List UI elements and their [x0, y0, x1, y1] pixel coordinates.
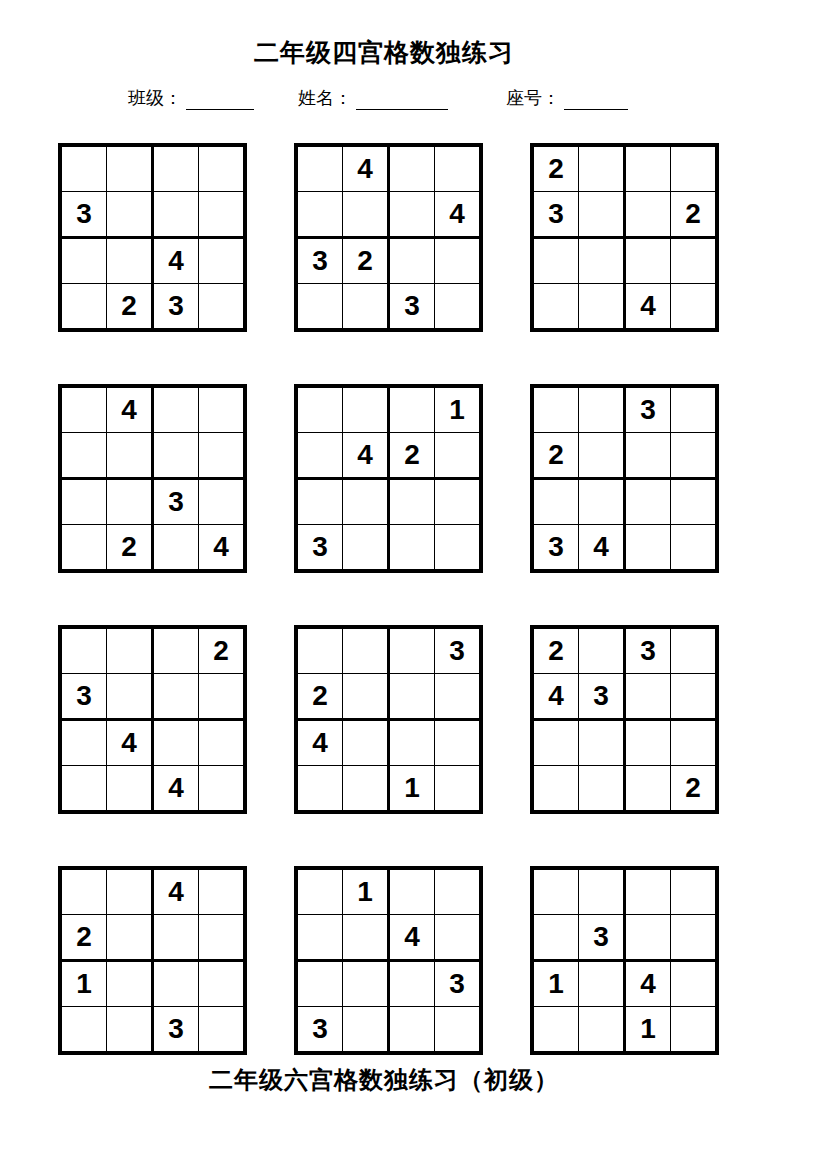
empty-cell[interactable] — [626, 674, 671, 721]
empty-cell[interactable] — [298, 284, 343, 328]
empty-cell[interactable] — [298, 915, 343, 962]
empty-cell[interactable] — [199, 147, 243, 192]
footer-title: 二年级六宫格数独练习（初级） — [0, 1064, 768, 1096]
empty-cell[interactable] — [390, 525, 435, 569]
empty-cell[interactable] — [343, 674, 390, 721]
given-cell: 3 — [579, 674, 626, 721]
name-field: 姓名： — [298, 86, 448, 110]
sudoku-board-2: 44323 — [294, 143, 483, 332]
empty-cell[interactable] — [298, 147, 343, 192]
empty-cell[interactable] — [579, 629, 626, 674]
empty-cell[interactable] — [62, 766, 107, 810]
given-cell: 3 — [154, 480, 199, 525]
given-cell: 2 — [62, 915, 107, 962]
empty-cell[interactable] — [199, 766, 243, 810]
empty-cell[interactable] — [534, 284, 579, 328]
empty-cell[interactable] — [154, 433, 199, 480]
sudoku-board-5: 1423 — [294, 384, 483, 573]
empty-cell[interactable] — [298, 629, 343, 674]
given-cell: 3 — [534, 192, 579, 239]
empty-cell[interactable] — [671, 433, 715, 480]
sudoku-board-8: 3241 — [294, 625, 483, 814]
empty-cell[interactable] — [343, 629, 390, 674]
empty-cell[interactable] — [579, 870, 626, 915]
empty-cell[interactable] — [671, 629, 715, 674]
empty-cell[interactable] — [626, 915, 671, 962]
empty-cell[interactable] — [298, 388, 343, 433]
given-cell: 3 — [435, 962, 479, 1007]
empty-cell[interactable] — [579, 192, 626, 239]
empty-cell[interactable] — [107, 192, 154, 239]
class-blank-input[interactable] — [186, 92, 254, 110]
empty-cell[interactable] — [107, 962, 154, 1007]
empty-cell[interactable] — [534, 766, 579, 810]
empty-cell[interactable] — [298, 962, 343, 1007]
empty-cell[interactable] — [199, 962, 243, 1007]
empty-cell[interactable] — [534, 239, 579, 284]
empty-cell[interactable] — [199, 674, 243, 721]
empty-cell[interactable] — [626, 870, 671, 915]
empty-cell[interactable] — [107, 239, 154, 284]
empty-cell[interactable] — [626, 433, 671, 480]
empty-cell[interactable] — [534, 480, 579, 525]
empty-cell[interactable] — [62, 147, 107, 192]
given-cell: 1 — [626, 1007, 671, 1051]
empty-cell[interactable] — [62, 525, 107, 569]
given-cell: 3 — [298, 239, 343, 284]
sudoku-board-6: 3234 — [530, 384, 719, 573]
given-cell: 2 — [199, 629, 243, 674]
empty-cell[interactable] — [107, 674, 154, 721]
empty-cell[interactable] — [62, 388, 107, 433]
empty-cell[interactable] — [199, 192, 243, 239]
given-cell: 4 — [343, 433, 390, 480]
empty-cell[interactable] — [107, 147, 154, 192]
sudoku-board-4: 4324 — [58, 384, 247, 573]
given-cell: 1 — [343, 870, 390, 915]
given-cell: 3 — [626, 629, 671, 674]
given-cell: 1 — [390, 766, 435, 810]
empty-cell[interactable] — [579, 147, 626, 192]
empty-cell[interactable] — [62, 239, 107, 284]
empty-cell[interactable] — [534, 1007, 579, 1051]
puzzle-grid-container: 3423443232324432414233234234432412343242… — [58, 143, 719, 1055]
given-cell: 3 — [579, 915, 626, 962]
given-cell: 3 — [298, 525, 343, 569]
sudoku-board-9: 23432 — [530, 625, 719, 814]
empty-cell[interactable] — [579, 962, 626, 1007]
empty-cell[interactable] — [62, 480, 107, 525]
given-cell: 4 — [154, 239, 199, 284]
given-cell: 3 — [435, 629, 479, 674]
page-title: 二年级四宫格数独练习 — [0, 36, 768, 69]
empty-cell[interactable] — [626, 480, 671, 525]
empty-cell[interactable] — [107, 766, 154, 810]
name-blank-input[interactable] — [356, 92, 448, 110]
class-field: 班级： — [128, 86, 254, 110]
empty-cell[interactable] — [107, 1007, 154, 1051]
empty-cell[interactable] — [435, 480, 479, 525]
given-cell: 3 — [62, 192, 107, 239]
empty-cell[interactable] — [435, 239, 479, 284]
given-cell: 4 — [199, 525, 243, 569]
empty-cell[interactable] — [343, 915, 390, 962]
given-cell: 4 — [107, 721, 154, 766]
empty-cell[interactable] — [298, 192, 343, 239]
given-cell: 2 — [107, 284, 154, 328]
empty-cell[interactable] — [343, 388, 390, 433]
empty-cell[interactable] — [534, 915, 579, 962]
empty-cell[interactable] — [390, 870, 435, 915]
empty-cell[interactable] — [298, 870, 343, 915]
empty-cell[interactable] — [435, 284, 479, 328]
empty-cell[interactable] — [579, 239, 626, 284]
empty-cell[interactable] — [343, 962, 390, 1007]
empty-cell[interactable] — [626, 147, 671, 192]
empty-cell[interactable] — [435, 1007, 479, 1051]
empty-cell[interactable] — [626, 525, 671, 569]
empty-cell[interactable] — [534, 721, 579, 766]
seat-label: 座号： — [506, 86, 560, 110]
given-cell: 3 — [390, 284, 435, 328]
student-info-row: 班级： 姓名： 座号： — [128, 86, 628, 110]
empty-cell[interactable] — [62, 721, 107, 766]
empty-cell[interactable] — [671, 674, 715, 721]
empty-cell[interactable] — [435, 870, 479, 915]
empty-cell[interactable] — [199, 870, 243, 915]
empty-cell[interactable] — [435, 433, 479, 480]
given-cell: 3 — [534, 525, 579, 569]
empty-cell[interactable] — [154, 915, 199, 962]
empty-cell[interactable] — [62, 1007, 107, 1051]
given-cell: 4 — [534, 674, 579, 721]
given-cell: 4 — [298, 721, 343, 766]
empty-cell[interactable] — [107, 870, 154, 915]
given-cell: 4 — [626, 962, 671, 1007]
sudoku-board-11: 1433 — [294, 866, 483, 1055]
empty-cell[interactable] — [671, 388, 715, 433]
empty-cell[interactable] — [343, 1007, 390, 1051]
empty-cell[interactable] — [390, 962, 435, 1007]
empty-cell[interactable] — [579, 721, 626, 766]
empty-cell[interactable] — [199, 915, 243, 962]
empty-cell[interactable] — [626, 192, 671, 239]
given-cell: 1 — [62, 962, 107, 1007]
empty-cell[interactable] — [154, 674, 199, 721]
empty-cell[interactable] — [671, 915, 715, 962]
empty-cell[interactable] — [62, 870, 107, 915]
empty-cell[interactable] — [154, 388, 199, 433]
sudoku-board-3: 2324 — [530, 143, 719, 332]
empty-cell[interactable] — [343, 192, 390, 239]
given-cell: 3 — [626, 388, 671, 433]
given-cell: 3 — [298, 1007, 343, 1051]
name-label: 姓名： — [298, 86, 352, 110]
empty-cell[interactable] — [298, 766, 343, 810]
empty-cell[interactable] — [62, 629, 107, 674]
sudoku-board-12: 3141 — [530, 866, 719, 1055]
empty-cell[interactable] — [390, 721, 435, 766]
given-cell: 2 — [390, 433, 435, 480]
empty-cell[interactable] — [154, 962, 199, 1007]
empty-cell[interactable] — [671, 721, 715, 766]
given-cell: 3 — [62, 674, 107, 721]
empty-cell[interactable] — [343, 480, 390, 525]
empty-cell[interactable] — [579, 480, 626, 525]
empty-cell[interactable] — [671, 284, 715, 328]
given-cell: 2 — [534, 433, 579, 480]
seat-field: 座号： — [506, 86, 628, 110]
empty-cell[interactable] — [199, 1007, 243, 1051]
empty-cell[interactable] — [343, 525, 390, 569]
given-cell: 4 — [107, 388, 154, 433]
empty-cell[interactable] — [298, 433, 343, 480]
empty-cell[interactable] — [62, 284, 107, 328]
empty-cell[interactable] — [390, 674, 435, 721]
empty-cell[interactable] — [390, 629, 435, 674]
sudoku-board-1: 3423 — [58, 143, 247, 332]
given-cell: 1 — [534, 962, 579, 1007]
empty-cell[interactable] — [199, 284, 243, 328]
empty-cell[interactable] — [579, 766, 626, 810]
empty-cell[interactable] — [343, 284, 390, 328]
empty-cell[interactable] — [626, 721, 671, 766]
empty-cell[interactable] — [199, 480, 243, 525]
empty-cell[interactable] — [154, 629, 199, 674]
empty-cell[interactable] — [671, 870, 715, 915]
empty-cell[interactable] — [107, 915, 154, 962]
given-cell: 4 — [390, 915, 435, 962]
given-cell: 4 — [579, 525, 626, 569]
class-label: 班级： — [128, 86, 182, 110]
empty-cell[interactable] — [390, 388, 435, 433]
empty-cell[interactable] — [298, 480, 343, 525]
empty-cell[interactable] — [107, 629, 154, 674]
empty-cell[interactable] — [154, 525, 199, 569]
empty-cell[interactable] — [107, 480, 154, 525]
empty-cell[interactable] — [671, 962, 715, 1007]
empty-cell[interactable] — [199, 239, 243, 284]
given-cell: 2 — [298, 674, 343, 721]
empty-cell[interactable] — [390, 239, 435, 284]
empty-cell[interactable] — [435, 525, 479, 569]
given-cell: 4 — [154, 870, 199, 915]
empty-cell[interactable] — [579, 1007, 626, 1051]
given-cell: 2 — [534, 629, 579, 674]
given-cell: 1 — [435, 388, 479, 433]
empty-cell[interactable] — [199, 433, 243, 480]
seat-blank-input[interactable] — [564, 92, 628, 110]
empty-cell[interactable] — [343, 766, 390, 810]
empty-cell[interactable] — [671, 525, 715, 569]
given-cell: 2 — [671, 192, 715, 239]
empty-cell[interactable] — [435, 147, 479, 192]
empty-cell[interactable] — [671, 147, 715, 192]
given-cell: 4 — [343, 147, 390, 192]
sudoku-board-7: 2344 — [58, 625, 247, 814]
empty-cell[interactable] — [154, 147, 199, 192]
given-cell: 2 — [671, 766, 715, 810]
given-cell: 2 — [534, 147, 579, 192]
empty-cell[interactable] — [435, 766, 479, 810]
empty-cell[interactable] — [62, 433, 107, 480]
empty-cell[interactable] — [671, 480, 715, 525]
empty-cell[interactable] — [435, 721, 479, 766]
worksheet-page: 二年级四宫格数独练习 班级： 姓名： 座号： 34234432323244324… — [0, 0, 826, 1169]
empty-cell[interactable] — [579, 284, 626, 328]
empty-cell[interactable] — [626, 239, 671, 284]
empty-cell[interactable] — [671, 239, 715, 284]
empty-cell[interactable] — [435, 674, 479, 721]
empty-cell[interactable] — [579, 433, 626, 480]
given-cell: 4 — [435, 192, 479, 239]
given-cell: 4 — [626, 284, 671, 328]
empty-cell[interactable] — [671, 1007, 715, 1051]
empty-cell[interactable] — [626, 766, 671, 810]
empty-cell[interactable] — [534, 870, 579, 915]
given-cell: 3 — [154, 284, 199, 328]
empty-cell[interactable] — [390, 480, 435, 525]
empty-cell[interactable] — [343, 721, 390, 766]
empty-cell[interactable] — [199, 388, 243, 433]
given-cell: 2 — [343, 239, 390, 284]
sudoku-board-10: 4213 — [58, 866, 247, 1055]
empty-cell[interactable] — [390, 192, 435, 239]
empty-cell[interactable] — [534, 388, 579, 433]
empty-cell[interactable] — [579, 388, 626, 433]
given-cell: 2 — [107, 525, 154, 569]
empty-cell[interactable] — [154, 721, 199, 766]
empty-cell[interactable] — [435, 915, 479, 962]
given-cell: 4 — [154, 766, 199, 810]
empty-cell[interactable] — [390, 1007, 435, 1051]
empty-cell[interactable] — [154, 192, 199, 239]
empty-cell[interactable] — [390, 147, 435, 192]
given-cell: 3 — [154, 1007, 199, 1051]
empty-cell[interactable] — [199, 721, 243, 766]
empty-cell[interactable] — [107, 433, 154, 480]
